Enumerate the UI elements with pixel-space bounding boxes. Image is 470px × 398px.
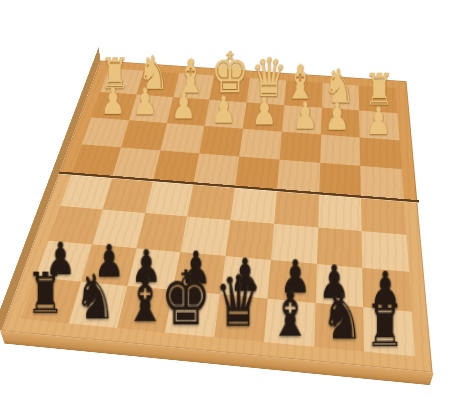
piece-black-bishop[interactable]: ♝	[269, 285, 312, 345]
square-b3[interactable]	[320, 134, 361, 166]
piece-black-rook[interactable]: ♜	[26, 266, 65, 320]
square-g3[interactable]	[121, 120, 167, 151]
piece-white-pawn[interactable]: ♟	[325, 99, 350, 135]
square-e2[interactable]: ♟	[205, 100, 247, 129]
square-b5[interactable]	[318, 194, 362, 231]
photo-canvas: ♜♞♝♚♛♝♞♜♟♟♟♟♟♟♟♟♟♟♟♟♟♟♟♟♜♞♝♚♛♝♞♜	[0, 0, 470, 398]
piece-white-pawn[interactable]: ♟	[252, 94, 277, 129]
square-c8[interactable]: ♝	[264, 299, 315, 347]
piece-black-rook[interactable]: ♜	[365, 297, 405, 353]
square-c5[interactable]	[274, 190, 319, 227]
piece-white-pawn[interactable]: ♟	[132, 84, 157, 119]
square-b2[interactable]: ♟	[321, 108, 360, 137]
square-d2[interactable]: ♟	[243, 102, 284, 131]
square-d4[interactable]	[235, 157, 279, 191]
square-c3[interactable]	[279, 131, 320, 162]
chessboard: ♜♞♝♚♛♝♞♜♟♟♟♟♟♟♟♟♟♟♟♟♟♟♟♟♜♞♝♚♛♝♞♜	[1, 60, 432, 372]
square-b8[interactable]: ♞	[314, 303, 365, 351]
piece-black-queen[interactable]: ♛	[214, 270, 262, 338]
square-h5[interactable]	[61, 174, 112, 209]
piece-white-pawn[interactable]: ♟	[292, 98, 317, 134]
piece-black-king[interactable]: ♚	[161, 264, 212, 335]
square-e4[interactable]	[194, 154, 240, 187]
square-d3[interactable]	[239, 129, 282, 160]
square-e3[interactable]	[199, 126, 243, 157]
square-d8[interactable]: ♛	[214, 295, 267, 342]
square-c2[interactable]: ♟	[282, 105, 322, 134]
square-a2[interactable]: ♟	[359, 110, 399, 140]
square-f5[interactable]	[145, 180, 194, 216]
square-f4[interactable]	[153, 151, 200, 184]
square-f2[interactable]: ♟	[167, 97, 210, 126]
piece-white-pawn[interactable]: ♟	[366, 103, 392, 139]
square-a5[interactable]	[361, 197, 406, 234]
board-squares-grid: ♜♞♝♚♛♝♞♜♟♟♟♟♟♟♟♟♟♟♟♟♟♟♟♟♜♞♝♚♛♝♞♜	[1, 60, 432, 372]
square-h4[interactable]	[72, 145, 121, 178]
square-a3[interactable]	[360, 137, 402, 169]
square-e5[interactable]	[187, 184, 235, 220]
square-a8[interactable]: ♜	[363, 308, 415, 357]
scene: ♜♞♝♚♛♝♞♜♟♟♟♟♟♟♟♟♟♟♟♟♟♟♟♟♜♞♝♚♛♝♞♜	[0, 0, 470, 398]
square-f3[interactable]	[160, 123, 205, 154]
square-g2[interactable]: ♟	[129, 95, 173, 123]
piece-white-pawn[interactable]: ♟	[100, 84, 125, 119]
piece-white-pawn[interactable]: ♟	[171, 88, 196, 123]
piece-black-knight[interactable]: ♞	[74, 268, 116, 327]
square-a4[interactable]	[361, 166, 404, 201]
square-e8[interactable]: ♚	[165, 290, 220, 337]
piece-white-pawn[interactable]: ♟	[211, 93, 236, 128]
square-g5[interactable]	[102, 177, 152, 213]
square-d5[interactable]	[230, 187, 276, 224]
piece-black-knight[interactable]: ♞	[321, 287, 364, 347]
